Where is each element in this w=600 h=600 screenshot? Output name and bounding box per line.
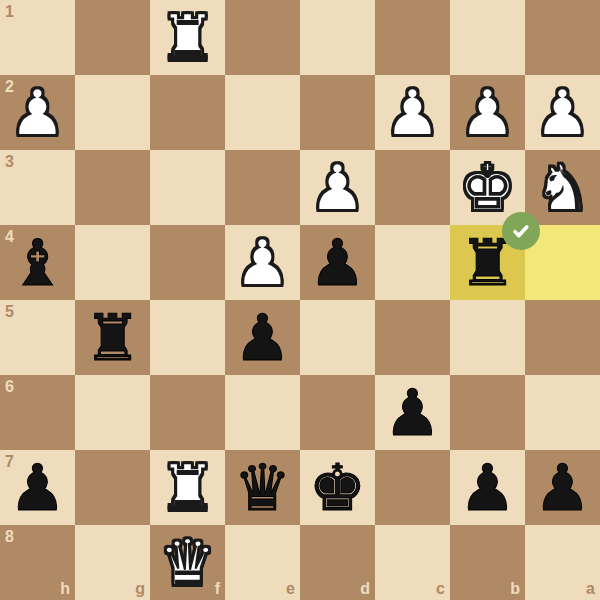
piece-white-rook-f7[interactable]: ♜: [150, 450, 225, 525]
rank-label-5: 5: [5, 303, 14, 321]
piece-black-king-d7[interactable]: ♚: [300, 450, 375, 525]
square-a2[interactable]: ♟: [525, 75, 600, 150]
square-d4[interactable]: ♟: [300, 225, 375, 300]
square-d5[interactable]: [300, 300, 375, 375]
square-a5[interactable]: [525, 300, 600, 375]
square-b2[interactable]: ♟: [450, 75, 525, 150]
square-h4[interactable]: 4♝: [0, 225, 75, 300]
square-d6[interactable]: [300, 375, 375, 450]
rank-label-7: 7: [5, 453, 14, 471]
square-h1[interactable]: 1: [0, 0, 75, 75]
square-g5[interactable]: ♜: [75, 300, 150, 375]
square-d2[interactable]: [300, 75, 375, 150]
chess-board: 1♜2♟♟♟♟3♟♚♞4♝♟♟♜5♜♟6♟7♟♜♛♚♟♟8hgf♛edcba: [0, 0, 600, 600]
file-label-c: c: [436, 580, 445, 598]
square-g6[interactable]: [75, 375, 150, 450]
piece-black-pawn-a7[interactable]: ♟: [525, 450, 600, 525]
square-e6[interactable]: [225, 375, 300, 450]
rank-label-4: 4: [5, 228, 14, 246]
square-f3[interactable]: [150, 150, 225, 225]
piece-white-pawn-d3[interactable]: ♟: [300, 150, 375, 225]
square-h6[interactable]: 6: [0, 375, 75, 450]
square-c7[interactable]: [375, 450, 450, 525]
square-a6[interactable]: [525, 375, 600, 450]
square-h7[interactable]: 7♟: [0, 450, 75, 525]
rank-label-1: 1: [5, 3, 14, 21]
piece-black-pawn-b7[interactable]: ♟: [450, 450, 525, 525]
piece-white-pawn-e4[interactable]: ♟: [225, 225, 300, 300]
square-g3[interactable]: [75, 150, 150, 225]
piece-white-knight-a3[interactable]: ♞: [525, 150, 600, 225]
square-f7[interactable]: ♜: [150, 450, 225, 525]
square-f8[interactable]: f♛: [150, 525, 225, 600]
square-a1[interactable]: [525, 0, 600, 75]
rank-label-8: 8: [5, 528, 14, 546]
square-d1[interactable]: [300, 0, 375, 75]
square-b7[interactable]: ♟: [450, 450, 525, 525]
rank-label-3: 3: [5, 153, 14, 171]
file-label-b: b: [510, 580, 520, 598]
square-h5[interactable]: 5: [0, 300, 75, 375]
square-c8[interactable]: c: [375, 525, 450, 600]
square-g8[interactable]: g: [75, 525, 150, 600]
square-g1[interactable]: [75, 0, 150, 75]
file-label-a: a: [586, 580, 595, 598]
rank-label-2: 2: [5, 78, 14, 96]
square-f4[interactable]: [150, 225, 225, 300]
square-g7[interactable]: [75, 450, 150, 525]
piece-black-queen-e7[interactable]: ♛: [225, 450, 300, 525]
file-label-e: e: [286, 580, 295, 598]
square-a7[interactable]: ♟: [525, 450, 600, 525]
square-d3[interactable]: ♟: [300, 150, 375, 225]
piece-black-pawn-c6[interactable]: ♟: [375, 375, 450, 450]
file-label-h: h: [60, 580, 70, 598]
square-b1[interactable]: [450, 0, 525, 75]
file-label-g: g: [135, 580, 145, 598]
square-c1[interactable]: [375, 0, 450, 75]
square-d7[interactable]: ♚: [300, 450, 375, 525]
square-e3[interactable]: [225, 150, 300, 225]
square-c6[interactable]: ♟: [375, 375, 450, 450]
square-c3[interactable]: [375, 150, 450, 225]
square-a3[interactable]: ♞: [525, 150, 600, 225]
piece-white-rook-f1[interactable]: ♜: [150, 0, 225, 75]
square-e1[interactable]: [225, 0, 300, 75]
piece-black-pawn-e5[interactable]: ♟: [225, 300, 300, 375]
square-f1[interactable]: ♜: [150, 0, 225, 75]
file-label-d: d: [360, 580, 370, 598]
square-b5[interactable]: [450, 300, 525, 375]
piece-white-pawn-b2[interactable]: ♟: [450, 75, 525, 150]
square-f5[interactable]: [150, 300, 225, 375]
square-b6[interactable]: [450, 375, 525, 450]
correct-move-badge: [502, 212, 540, 250]
square-e5[interactable]: ♟: [225, 300, 300, 375]
square-h8[interactable]: 8h: [0, 525, 75, 600]
square-b8[interactable]: b: [450, 525, 525, 600]
square-f6[interactable]: [150, 375, 225, 450]
piece-black-rook-g5[interactable]: ♜: [75, 300, 150, 375]
square-g4[interactable]: [75, 225, 150, 300]
square-a8[interactable]: a: [525, 525, 600, 600]
file-label-f: f: [215, 580, 220, 598]
piece-black-pawn-d4[interactable]: ♟: [300, 225, 375, 300]
square-c2[interactable]: ♟: [375, 75, 450, 150]
square-c4[interactable]: [375, 225, 450, 300]
square-f2[interactable]: [150, 75, 225, 150]
square-h2[interactable]: 2♟: [0, 75, 75, 150]
square-h3[interactable]: 3: [0, 150, 75, 225]
square-g2[interactable]: [75, 75, 150, 150]
square-e4[interactable]: ♟: [225, 225, 300, 300]
square-e7[interactable]: ♛: [225, 450, 300, 525]
square-e8[interactable]: e: [225, 525, 300, 600]
rank-label-6: 6: [5, 378, 14, 396]
checkmark-icon: [510, 220, 532, 242]
piece-white-pawn-c2[interactable]: ♟: [375, 75, 450, 150]
piece-white-pawn-a2[interactable]: ♟: [525, 75, 600, 150]
square-d8[interactable]: d: [300, 525, 375, 600]
square-c5[interactable]: [375, 300, 450, 375]
square-e2[interactable]: [225, 75, 300, 150]
